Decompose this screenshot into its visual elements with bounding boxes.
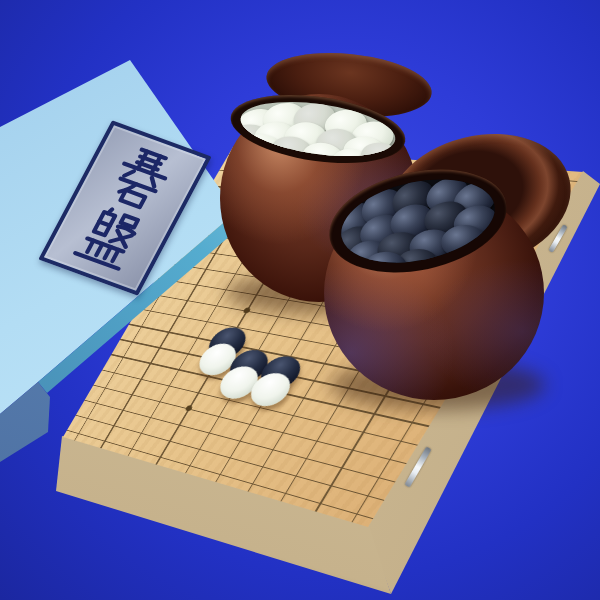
go-set-photo: 碁盤 <box>0 0 600 600</box>
hoshi-star-point <box>185 405 194 412</box>
hoshi-star-point <box>242 308 251 314</box>
